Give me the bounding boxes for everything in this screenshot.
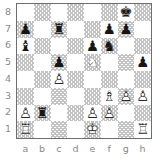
square-f1[interactable] (101, 121, 118, 138)
square-g4[interactable] (118, 71, 135, 88)
rank-labels: 87654321 (0, 3, 16, 137)
square-f6[interactable]: ♞ (101, 38, 118, 55)
square-g7[interactable]: ♟ (118, 21, 135, 38)
file-labels: abcdefgh (0, 140, 161, 156)
square-b5[interactable] (34, 54, 51, 71)
square-d2[interactable] (67, 105, 84, 122)
file-label-d: d (67, 140, 84, 156)
square-f4[interactable] (101, 71, 118, 88)
file-labels-spacer (0, 140, 17, 156)
rank-label-7: 7 (0, 20, 16, 37)
square-d5[interactable] (67, 54, 84, 71)
white-pawn-g3: ♟♙ (119, 88, 132, 103)
square-g1[interactable] (118, 121, 135, 138)
black-pawn-h5: ♟ (136, 55, 149, 70)
square-c7[interactable]: ♜ (51, 21, 68, 38)
square-e2[interactable]: ♟♙ (84, 105, 101, 122)
square-e1[interactable]: ♚♔ (84, 121, 101, 138)
square-c8[interactable] (51, 4, 68, 21)
square-c5[interactable]: ♟ (51, 54, 68, 71)
square-h7[interactable] (134, 21, 151, 38)
square-b6[interactable] (34, 38, 51, 55)
square-h1[interactable]: ♜♖ (134, 121, 151, 138)
square-d3[interactable] (67, 88, 84, 105)
square-f2[interactable]: ♟♙ (101, 105, 118, 122)
square-e8[interactable] (84, 4, 101, 21)
rank-label-4: 4 (0, 70, 16, 87)
square-g5[interactable] (118, 54, 135, 71)
file-label-b: b (34, 140, 51, 156)
square-h5[interactable]: ♟ (134, 54, 151, 71)
square-c3[interactable] (51, 88, 68, 105)
white-pawn-e2: ♟♙ (86, 105, 99, 120)
white-rook-h1: ♜♖ (136, 122, 149, 137)
square-a2[interactable]: ♟♙ (17, 105, 34, 122)
square-b4[interactable] (34, 71, 51, 88)
square-d8[interactable] (67, 4, 84, 21)
square-e5[interactable]: ♞♘ (84, 54, 101, 71)
white-pawn-f2: ♟♙ (103, 105, 116, 120)
square-a8[interactable] (17, 4, 34, 21)
square-d1[interactable] (67, 121, 84, 138)
black-knight-f6: ♞ (103, 38, 116, 53)
black-rook-b2: ♜ (36, 105, 49, 120)
white-pawn-c4: ♟♙ (52, 72, 65, 87)
board-with-rank-labels: 87654321 ♚♟♜♟♟♝♟♞♟♞♘♟♟♙♝♗♟♙♟♙♟♙♜♟♙♟♙♜♖♚♔… (0, 0, 161, 139)
square-b3[interactable] (34, 88, 51, 105)
square-h8[interactable] (134, 4, 151, 21)
square-c2[interactable] (51, 105, 68, 122)
square-a1[interactable]: ♜♖ (17, 121, 34, 138)
black-pawn-g7: ♟ (119, 21, 132, 36)
square-h3[interactable]: ♟♙ (134, 88, 151, 105)
black-pawn-a7: ♟ (19, 21, 32, 36)
square-c6[interactable] (51, 38, 68, 55)
black-pawn-f7: ♟ (103, 21, 116, 36)
chess-diagram: 87654321 ♚♟♜♟♟♝♟♞♟♞♘♟♟♙♝♗♟♙♟♙♟♙♜♟♙♟♙♜♖♚♔… (0, 0, 161, 162)
square-b8[interactable] (34, 4, 51, 21)
square-g8[interactable]: ♚ (118, 4, 135, 21)
square-h2[interactable] (134, 105, 151, 122)
square-a4[interactable] (17, 71, 34, 88)
rank-label-1: 1 (0, 120, 16, 137)
square-c4[interactable]: ♟♙ (51, 71, 68, 88)
black-rook-c7: ♜ (52, 21, 65, 36)
white-bishop-f3: ♝♗ (103, 88, 116, 103)
rank-label-2: 2 (0, 104, 16, 121)
rank-label-6: 6 (0, 37, 16, 54)
square-a6[interactable]: ♝ (17, 38, 34, 55)
square-e7[interactable] (84, 21, 101, 38)
black-pawn-e6: ♟ (86, 38, 99, 53)
square-f7[interactable]: ♟ (101, 21, 118, 38)
square-g2[interactable] (118, 105, 135, 122)
square-f5[interactable] (101, 54, 118, 71)
square-a7[interactable]: ♟ (17, 21, 34, 38)
file-label-f: f (101, 140, 118, 156)
file-label-h: h (134, 140, 151, 156)
square-b7[interactable] (34, 21, 51, 38)
square-g3[interactable]: ♟♙ (118, 88, 135, 105)
square-e4[interactable] (84, 71, 101, 88)
square-h6[interactable] (134, 38, 151, 55)
black-king-g8: ♚ (119, 5, 132, 20)
rank-label-3: 3 (0, 87, 16, 104)
square-f8[interactable] (101, 4, 118, 21)
square-a5[interactable] (17, 54, 34, 71)
rank-label-8: 8 (0, 3, 16, 20)
white-pawn-h3: ♟♙ (136, 88, 149, 103)
white-rook-a1: ♜♖ (19, 122, 32, 137)
file-label-g: g (118, 140, 135, 156)
square-b2[interactable]: ♜ (34, 105, 51, 122)
file-label-c: c (51, 140, 68, 156)
black-bishop-a6: ♝ (19, 38, 32, 53)
square-f3[interactable]: ♝♗ (101, 88, 118, 105)
white-pawn-a2: ♟♙ (19, 105, 32, 120)
square-d7[interactable] (67, 21, 84, 38)
file-label-e: e (84, 140, 101, 156)
square-d6[interactable] (67, 38, 84, 55)
square-d4[interactable] (67, 71, 84, 88)
square-c1[interactable] (51, 121, 68, 138)
rank-label-5: 5 (0, 53, 16, 70)
white-knight-e5: ♞♘ (86, 55, 99, 70)
square-g6[interactable] (118, 38, 135, 55)
black-pawn-c5: ♟ (52, 55, 65, 70)
square-e6[interactable]: ♟ (84, 38, 101, 55)
square-e3[interactable] (84, 88, 101, 105)
chess-board: ♚♟♜♟♟♝♟♞♟♞♘♟♟♙♝♗♟♙♟♙♟♙♜♟♙♟♙♜♖♚♔♜♖ (16, 3, 152, 139)
square-b1[interactable] (34, 121, 51, 138)
square-a3[interactable] (17, 88, 34, 105)
white-king-e1: ♚♔ (86, 122, 99, 137)
file-label-a: a (17, 140, 34, 156)
square-h4[interactable] (134, 71, 151, 88)
